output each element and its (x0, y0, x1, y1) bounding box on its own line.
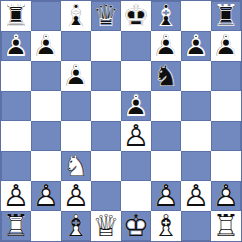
white-rook-fill: ♜ (1, 211, 31, 241)
white-pawn-fill: ♟ (1, 181, 31, 211)
white-pawn-fill: ♟ (31, 181, 61, 211)
white-bishop-icon: ♗ (61, 211, 91, 241)
black-bishop-fill: ♝ (151, 1, 181, 31)
black-king-fill: ♚ (121, 1, 151, 31)
black-bishop-fill: ♝ (61, 1, 91, 31)
white-pawn-fill: ♟ (121, 121, 151, 151)
square-f1[interactable]: ♝♗ (151, 211, 181, 241)
square-c5[interactable] (61, 91, 91, 121)
black-king-icon: ♔ (121, 1, 151, 31)
square-c1[interactable]: ♝♗ (61, 211, 91, 241)
black-pawn-fill: ♟ (121, 91, 151, 121)
white-pawn-icon: ♙ (121, 121, 151, 151)
white-pawn-fill: ♟ (211, 181, 241, 211)
square-b4[interactable] (31, 121, 61, 151)
square-h6[interactable] (211, 61, 241, 91)
white-bishop-icon: ♗ (151, 211, 181, 241)
white-pawn-icon: ♙ (211, 181, 241, 211)
square-d2[interactable] (91, 181, 121, 211)
square-h4[interactable] (211, 121, 241, 151)
square-e5[interactable]: ♟♙ (121, 91, 151, 121)
square-b1[interactable] (31, 211, 61, 241)
square-b6[interactable] (31, 61, 61, 91)
black-rook-fill: ♜ (211, 1, 241, 31)
square-h2[interactable]: ♟♙ (211, 181, 241, 211)
white-pawn-fill: ♟ (61, 181, 91, 211)
square-g4[interactable] (181, 121, 211, 151)
square-d1[interactable]: ♛♕ (91, 211, 121, 241)
white-rook-icon: ♖ (211, 211, 241, 241)
square-b8[interactable] (31, 1, 61, 31)
square-b7[interactable]: ♟♙ (31, 31, 61, 61)
square-a8[interactable]: ♜♖ (1, 1, 31, 31)
square-e7[interactable] (121, 31, 151, 61)
white-rook-fill: ♜ (211, 211, 241, 241)
white-queen-icon: ♕ (91, 211, 121, 241)
black-queen-icon: ♕ (91, 1, 121, 31)
square-g2[interactable]: ♟♙ (181, 181, 211, 211)
square-h7[interactable]: ♟♙ (211, 31, 241, 61)
square-g8[interactable] (181, 1, 211, 31)
black-knight-icon: ♘ (151, 61, 181, 91)
black-pawn-icon: ♙ (121, 91, 151, 121)
white-pawn-icon: ♙ (151, 181, 181, 211)
square-a3[interactable] (1, 151, 31, 181)
square-a6[interactable] (1, 61, 31, 91)
white-queen-fill: ♛ (91, 211, 121, 241)
black-pawn-icon: ♙ (1, 31, 31, 61)
white-knight-fill: ♞ (61, 151, 91, 181)
square-g7[interactable]: ♟♙ (181, 31, 211, 61)
square-d6[interactable] (91, 61, 121, 91)
black-pawn-fill: ♟ (1, 31, 31, 61)
black-pawn-fill: ♟ (211, 31, 241, 61)
square-e2[interactable] (121, 181, 151, 211)
square-a5[interactable] (1, 91, 31, 121)
square-d7[interactable] (91, 31, 121, 61)
black-pawn-fill: ♟ (181, 31, 211, 61)
square-f7[interactable]: ♟♙ (151, 31, 181, 61)
square-d8[interactable]: ♛♕ (91, 1, 121, 31)
black-pawn-icon: ♙ (211, 31, 241, 61)
white-king-fill: ♚ (121, 211, 151, 241)
square-b2[interactable]: ♟♙ (31, 181, 61, 211)
black-pawn-icon: ♙ (181, 31, 211, 61)
square-c7[interactable] (61, 31, 91, 61)
square-f6[interactable]: ♞♘ (151, 61, 181, 91)
square-e3[interactable] (121, 151, 151, 181)
square-f2[interactable]: ♟♙ (151, 181, 181, 211)
square-g5[interactable] (181, 91, 211, 121)
square-b3[interactable] (31, 151, 61, 181)
black-pawn-icon: ♙ (61, 61, 91, 91)
square-h5[interactable] (211, 91, 241, 121)
square-h3[interactable] (211, 151, 241, 181)
square-c4[interactable] (61, 121, 91, 151)
black-pawn-fill: ♟ (151, 31, 181, 61)
black-rook-fill: ♜ (1, 1, 31, 31)
square-d3[interactable] (91, 151, 121, 181)
square-e4[interactable]: ♟♙ (121, 121, 151, 151)
square-c8[interactable]: ♝♗ (61, 1, 91, 31)
square-a2[interactable]: ♟♙ (1, 181, 31, 211)
black-pawn-fill: ♟ (31, 31, 61, 61)
square-f4[interactable] (151, 121, 181, 151)
square-d4[interactable] (91, 121, 121, 151)
white-pawn-icon: ♙ (1, 181, 31, 211)
square-e6[interactable] (121, 61, 151, 91)
square-f8[interactable]: ♝♗ (151, 1, 181, 31)
square-g1[interactable] (181, 211, 211, 241)
square-g6[interactable] (181, 61, 211, 91)
square-c6[interactable]: ♟♙ (61, 61, 91, 91)
white-king-icon: ♔ (121, 211, 151, 241)
white-pawn-icon: ♙ (61, 181, 91, 211)
white-rook-icon: ♖ (1, 211, 31, 241)
square-b5[interactable] (31, 91, 61, 121)
square-d5[interactable] (91, 91, 121, 121)
white-bishop-fill: ♝ (151, 211, 181, 241)
square-c3[interactable]: ♞♘ (61, 151, 91, 181)
black-pawn-fill: ♟ (61, 61, 91, 91)
black-knight-fill: ♞ (151, 61, 181, 91)
white-pawn-icon: ♙ (181, 181, 211, 211)
black-bishop-icon: ♗ (151, 1, 181, 31)
black-bishop-icon: ♗ (61, 1, 91, 31)
black-pawn-icon: ♙ (151, 31, 181, 61)
square-a1[interactable]: ♜♖ (1, 211, 31, 241)
square-a7[interactable]: ♟♙ (1, 31, 31, 61)
square-f3[interactable] (151, 151, 181, 181)
white-pawn-fill: ♟ (181, 181, 211, 211)
square-e1[interactable]: ♚♔ (121, 211, 151, 241)
white-pawn-fill: ♟ (151, 181, 181, 211)
black-rook-icon: ♖ (1, 1, 31, 31)
square-h1[interactable]: ♜♖ (211, 211, 241, 241)
square-h8[interactable]: ♜♖ (211, 1, 241, 31)
square-e8[interactable]: ♚♔ (121, 1, 151, 31)
white-pawn-icon: ♙ (31, 181, 61, 211)
square-a4[interactable] (1, 121, 31, 151)
black-pawn-icon: ♙ (31, 31, 61, 61)
square-g3[interactable] (181, 151, 211, 181)
square-c2[interactable]: ♟♙ (61, 181, 91, 211)
black-rook-icon: ♖ (211, 1, 241, 31)
chess-board: ♜♖♝♗♛♕♚♔♝♗♜♖♟♙♟♙♟♙♟♙♟♙♟♙♞♘♟♙♟♙♞♘♟♙♟♙♟♙♟♙… (0, 0, 242, 242)
square-f5[interactable] (151, 91, 181, 121)
white-bishop-fill: ♝ (61, 211, 91, 241)
white-knight-icon: ♘ (61, 151, 91, 181)
black-queen-fill: ♛ (91, 1, 121, 31)
